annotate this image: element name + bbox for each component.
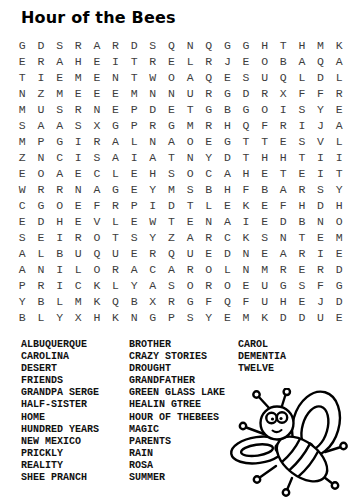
word-list-column-3: CAROLDEMENTIATWELVE bbox=[238, 339, 286, 375]
grid-cell: K bbox=[237, 197, 256, 213]
grid-cell: F bbox=[274, 197, 293, 213]
grid-cell: E bbox=[32, 229, 51, 245]
grid-cell: O bbox=[255, 53, 274, 69]
grid-cell: D bbox=[162, 197, 181, 213]
grid-cell: N bbox=[88, 101, 107, 117]
grid-cell: Y bbox=[50, 309, 69, 325]
grid-cell: A bbox=[50, 53, 69, 69]
grid-cell: P bbox=[125, 197, 144, 213]
grid-cell: G bbox=[13, 37, 32, 53]
grid-cell: M bbox=[13, 133, 32, 149]
grid-cell: K bbox=[106, 309, 125, 325]
grid-cell: G bbox=[106, 181, 125, 197]
grid-cell: S bbox=[69, 117, 88, 133]
grid-cell: H bbox=[88, 309, 107, 325]
grid-cell: R bbox=[88, 133, 107, 149]
grid-cell: K bbox=[88, 293, 107, 309]
grid-cell: G bbox=[218, 37, 237, 53]
word-list-item: CRAZY STORIES bbox=[129, 351, 225, 363]
grid-cell: I bbox=[125, 149, 144, 165]
grid-cell: A bbox=[125, 261, 144, 277]
grid-cell: S bbox=[50, 101, 69, 117]
grid-cell: P bbox=[13, 277, 32, 293]
grid-cell: N bbox=[199, 213, 218, 229]
grid-cell: W bbox=[143, 69, 162, 85]
grid-cell: S bbox=[255, 229, 274, 245]
grid-cell: G bbox=[143, 309, 162, 325]
grid-cell: M bbox=[50, 85, 69, 101]
word-list-item: SHEE PRANCH bbox=[21, 472, 99, 484]
grid-cell: A bbox=[13, 261, 32, 277]
grid-cell: Q bbox=[311, 53, 330, 69]
grid-cell: D bbox=[125, 37, 144, 53]
grid-cell: B bbox=[50, 245, 69, 261]
grid-cell: H bbox=[255, 149, 274, 165]
grid-cell: D bbox=[274, 309, 293, 325]
word-list-item: PRICKLY bbox=[21, 448, 99, 460]
grid-cell: Z bbox=[162, 229, 181, 245]
grid-cell: H bbox=[50, 213, 69, 229]
grid-cell: E bbox=[125, 181, 144, 197]
grid-cell: L bbox=[69, 261, 88, 277]
grid-cell: E bbox=[237, 53, 256, 69]
grid-cell: E bbox=[255, 165, 274, 181]
grid-cell: Y bbox=[125, 277, 144, 293]
grid-cell: S bbox=[88, 149, 107, 165]
word-list-item: HOUR OF THEBEES bbox=[129, 412, 225, 424]
grid-cell: S bbox=[13, 117, 32, 133]
grid-cell: L bbox=[32, 309, 51, 325]
grid-cell: F bbox=[311, 85, 330, 101]
grid-cell: I bbox=[50, 229, 69, 245]
grid-cell: D bbox=[218, 149, 237, 165]
grid-cell: T bbox=[181, 101, 200, 117]
word-list-column-1: ALBUQUERQUECAROLINADESERTFRIENDSGRANDPA … bbox=[21, 339, 99, 484]
grid-cell: F bbox=[199, 293, 218, 309]
grid-cell: A bbox=[274, 245, 293, 261]
grid-cell: T bbox=[274, 37, 293, 53]
grid-cell: L bbox=[330, 133, 349, 149]
word-list-item: SUMMER bbox=[129, 472, 225, 484]
grid-cell: S bbox=[162, 277, 181, 293]
grid-cell: I bbox=[69, 149, 88, 165]
word-search-page: Hour of the Bees GDSRARDSQNQGGHTHMKERAHE… bbox=[0, 0, 354, 500]
grid-cell: M bbox=[69, 69, 88, 85]
grid-cell: B bbox=[255, 181, 274, 197]
grid-cell: J bbox=[311, 117, 330, 133]
grid-cell: O bbox=[88, 229, 107, 245]
grid-cell: O bbox=[199, 261, 218, 277]
grid-cell: P bbox=[125, 101, 144, 117]
grid-cell: S bbox=[293, 277, 312, 293]
word-list-item: GRANDPA SERGE bbox=[21, 387, 99, 399]
word-list-item: PARENTS bbox=[129, 436, 225, 448]
grid-cell: R bbox=[143, 245, 162, 261]
grid-cell: T bbox=[106, 229, 125, 245]
grid-cell: U bbox=[181, 85, 200, 101]
grid-cell: I bbox=[293, 117, 312, 133]
grid-cell: E bbox=[13, 165, 32, 181]
grid-cell: R bbox=[181, 261, 200, 277]
grid-cell: K bbox=[255, 309, 274, 325]
grid-cell: T bbox=[237, 149, 256, 165]
grid-cell: Y bbox=[143, 181, 162, 197]
grid-cell: I bbox=[274, 101, 293, 117]
grid-cell: B bbox=[293, 213, 312, 229]
grid-cell: F bbox=[293, 85, 312, 101]
grid-cell: D bbox=[274, 213, 293, 229]
grid-cell: O bbox=[255, 101, 274, 117]
grid-cell: Q bbox=[218, 293, 237, 309]
grid-cell: L bbox=[293, 69, 312, 85]
grid-cell: U bbox=[32, 101, 51, 117]
grid-cell: O bbox=[330, 213, 349, 229]
grid-cell: U bbox=[311, 309, 330, 325]
grid-cell: B bbox=[218, 101, 237, 117]
grid-cell: A bbox=[181, 69, 200, 85]
grid-cell: G bbox=[330, 277, 349, 293]
grid-cell: A bbox=[88, 37, 107, 53]
word-list-item: GRANDFATHER bbox=[129, 375, 225, 387]
grid-cell: A bbox=[218, 213, 237, 229]
grid-cell: S bbox=[125, 229, 144, 245]
grid-cell: E bbox=[293, 293, 312, 309]
grid-cell: P bbox=[162, 309, 181, 325]
grid-cell: J bbox=[311, 293, 330, 309]
grid-cell: R bbox=[162, 293, 181, 309]
grid-cell: I bbox=[32, 69, 51, 85]
grid-cell: N bbox=[32, 261, 51, 277]
grid-cell: Y bbox=[199, 149, 218, 165]
grid-cell: K bbox=[330, 37, 349, 53]
grid-cell: A bbox=[330, 117, 349, 133]
word-list-item: DEMENTIA bbox=[238, 351, 286, 363]
grid-cell: R bbox=[69, 229, 88, 245]
word-list-item: HALF-SISTER bbox=[21, 399, 99, 411]
grid-cell: U bbox=[255, 69, 274, 85]
grid-cell: R bbox=[143, 53, 162, 69]
grid-cell: E bbox=[106, 101, 125, 117]
grid-cell: B bbox=[32, 293, 51, 309]
grid-cell: F bbox=[311, 277, 330, 293]
grid-cell: B bbox=[13, 309, 32, 325]
grid-cell: R bbox=[106, 197, 125, 213]
grid-cell: A bbox=[32, 117, 51, 133]
grid-cell: U bbox=[106, 245, 125, 261]
grid-cell: V bbox=[311, 133, 330, 149]
grid-cell: E bbox=[274, 133, 293, 149]
grid-cell: E bbox=[311, 229, 330, 245]
grid-cell: N bbox=[237, 261, 256, 277]
grid-cell: S bbox=[162, 165, 181, 181]
grid-cell: R bbox=[274, 261, 293, 277]
grid-cell: U bbox=[255, 277, 274, 293]
grid-cell: S bbox=[50, 37, 69, 53]
grid-cell: A bbox=[106, 149, 125, 165]
grid-cell: C bbox=[199, 165, 218, 181]
grid-cell: M bbox=[69, 293, 88, 309]
grid-cell: I bbox=[311, 165, 330, 181]
grid-cell: Q bbox=[274, 69, 293, 85]
grid-cell: H bbox=[218, 181, 237, 197]
grid-cell: V bbox=[88, 213, 107, 229]
grid-cell: S bbox=[143, 37, 162, 53]
word-list-item: HUNDRED YEARS bbox=[21, 424, 99, 436]
grid-cell: N bbox=[181, 149, 200, 165]
grid-cell: X bbox=[69, 309, 88, 325]
grid-cell: D bbox=[311, 197, 330, 213]
grid-cell: B bbox=[274, 53, 293, 69]
grid-cell: Q bbox=[199, 69, 218, 85]
grid-cell: L bbox=[330, 69, 349, 85]
grid-cell: T bbox=[162, 149, 181, 165]
grid-cell: E bbox=[330, 309, 349, 325]
grid-cell: Z bbox=[13, 149, 32, 165]
grid-cell: S bbox=[181, 181, 200, 197]
grid-cell: O bbox=[50, 197, 69, 213]
grid-cell: H bbox=[330, 197, 349, 213]
grid-cell: R bbox=[330, 85, 349, 101]
grid-cell: K bbox=[237, 229, 256, 245]
grid-cell: E bbox=[255, 213, 274, 229]
grid-cell: I bbox=[50, 261, 69, 277]
grid-cell: E bbox=[162, 53, 181, 69]
word-list-item: HEALIN GTREE bbox=[129, 399, 225, 411]
grid-cell: E bbox=[106, 85, 125, 101]
grid-cell: H bbox=[143, 165, 162, 181]
grid-cell: B bbox=[199, 181, 218, 197]
grid-cell: P bbox=[125, 117, 144, 133]
grid-cell: I bbox=[311, 245, 330, 261]
grid-cell: L bbox=[199, 197, 218, 213]
grid-cell: A bbox=[293, 53, 312, 69]
grid-cell: D bbox=[330, 261, 349, 277]
grid-cell: I bbox=[69, 133, 88, 149]
grid-cell: E bbox=[125, 213, 144, 229]
grid-cell: R bbox=[69, 101, 88, 117]
grid-cell: E bbox=[69, 213, 88, 229]
grid-cell: A bbox=[218, 165, 237, 181]
grid-cell: O bbox=[181, 277, 200, 293]
grid-cell: G bbox=[181, 293, 200, 309]
grid-cell: E bbox=[125, 245, 144, 261]
grid-cell: E bbox=[162, 101, 181, 117]
grid-cell: T bbox=[13, 69, 32, 85]
grid-cell: E bbox=[125, 165, 144, 181]
grid-cell: E bbox=[69, 197, 88, 213]
grid-cell: Q bbox=[162, 245, 181, 261]
grid-cell: E bbox=[181, 213, 200, 229]
grid-cell: L bbox=[106, 213, 125, 229]
grid-cell: M bbox=[181, 117, 200, 133]
grid-cell: P bbox=[32, 133, 51, 149]
grid-cell: T bbox=[255, 133, 274, 149]
grid-cell: A bbox=[143, 277, 162, 293]
word-list-item: TWELVE bbox=[238, 363, 286, 375]
grid-cell: B bbox=[125, 293, 144, 309]
grid-cell: S bbox=[293, 101, 312, 117]
grid-cell: Q bbox=[162, 37, 181, 53]
grid-cell: E bbox=[255, 245, 274, 261]
grid-cell: N bbox=[13, 85, 32, 101]
grid-cell: R bbox=[69, 37, 88, 53]
word-list-item: ROSA bbox=[129, 460, 225, 472]
grid-cell: N bbox=[32, 149, 51, 165]
grid-cell: E bbox=[293, 165, 312, 181]
grid-cell: R bbox=[32, 53, 51, 69]
word-list-column-2: BROTHERCRAZY STORIESDROUGHTGRANDFATHERGR… bbox=[129, 339, 225, 484]
grid-cell: R bbox=[274, 117, 293, 133]
grid-cell: Q bbox=[106, 293, 125, 309]
word-list-item: NEW MEXICO bbox=[21, 436, 99, 448]
grid-cell: Q bbox=[88, 245, 107, 261]
grid-cell: O bbox=[218, 277, 237, 293]
grid-cell: X bbox=[88, 117, 107, 133]
grid-cell: M bbox=[162, 181, 181, 197]
grid-cell: E bbox=[293, 261, 312, 277]
grid-cell: D bbox=[32, 213, 51, 229]
grid-cell: E bbox=[237, 277, 256, 293]
word-list-item: ALBUQUERQUE bbox=[21, 339, 99, 351]
grid-cell: G bbox=[50, 133, 69, 149]
grid-cell: D bbox=[143, 101, 162, 117]
grid-cell: R bbox=[293, 181, 312, 197]
grid-cell: E bbox=[88, 53, 107, 69]
grid-cell: Y bbox=[330, 181, 349, 197]
grid-cell: N bbox=[106, 69, 125, 85]
grid-cell: N bbox=[274, 229, 293, 245]
grid-cell: S bbox=[311, 181, 330, 197]
grid-cell: M bbox=[125, 85, 144, 101]
grid-cell: G bbox=[218, 133, 237, 149]
grid-cell: E bbox=[50, 69, 69, 85]
grid-cell: G bbox=[237, 37, 256, 53]
grid-cell: D bbox=[293, 309, 312, 325]
grid-cell: D bbox=[311, 69, 330, 85]
grid-cell: H bbox=[237, 165, 256, 181]
grid-cell: Z bbox=[32, 85, 51, 101]
grid-cell: N bbox=[143, 133, 162, 149]
grid-cell: E bbox=[69, 85, 88, 101]
grid-cell: E bbox=[199, 133, 218, 149]
grid-cell: O bbox=[88, 261, 107, 277]
grid-cell: T bbox=[330, 165, 349, 181]
grid-cell: R bbox=[32, 181, 51, 197]
grid-cell: X bbox=[143, 293, 162, 309]
grid-cell: T bbox=[293, 229, 312, 245]
grid-cell: M bbox=[13, 101, 32, 117]
grid-cell: N bbox=[237, 245, 256, 261]
grid-cell: Y bbox=[13, 293, 32, 309]
word-list-item: REALITY bbox=[21, 460, 99, 472]
grid-cell: I bbox=[106, 53, 125, 69]
grid-cell: H bbox=[274, 293, 293, 309]
grid-cell: H bbox=[255, 37, 274, 53]
grid-cell: T bbox=[181, 197, 200, 213]
page-title: Hour of the Bees bbox=[21, 8, 176, 27]
grid-cell: O bbox=[181, 165, 200, 181]
grid-cell: M bbox=[330, 229, 349, 245]
grid-cell: C bbox=[50, 149, 69, 165]
grid-cell: F bbox=[237, 181, 256, 197]
grid-cell: G bbox=[237, 101, 256, 117]
grid-cell: S bbox=[237, 69, 256, 85]
grid-cell: H bbox=[293, 37, 312, 53]
grid-cell: N bbox=[125, 309, 144, 325]
grid-cell: J bbox=[218, 53, 237, 69]
grid-cell: C bbox=[88, 165, 107, 181]
grid-cell: K bbox=[88, 277, 107, 293]
grid-cell: O bbox=[32, 165, 51, 181]
grid-cell: G bbox=[32, 197, 51, 213]
grid-cell: U bbox=[181, 245, 200, 261]
grid-cell: R bbox=[199, 85, 218, 101]
grid-cell: R bbox=[199, 229, 218, 245]
grid-cell: R bbox=[50, 181, 69, 197]
grid-cell: D bbox=[218, 245, 237, 261]
grid-cell: H bbox=[293, 197, 312, 213]
word-list-item: RAIN bbox=[129, 448, 225, 460]
grid-cell: E bbox=[13, 213, 32, 229]
grid-cell: Q bbox=[237, 117, 256, 133]
grid-cell: A bbox=[106, 133, 125, 149]
grid-cell: R bbox=[255, 85, 274, 101]
grid-cell: A bbox=[88, 181, 107, 197]
grid-cell: O bbox=[162, 69, 181, 85]
grid-cell: R bbox=[293, 245, 312, 261]
grid-cell: E bbox=[88, 85, 107, 101]
grid-cell: A bbox=[143, 149, 162, 165]
grid-cell: Y bbox=[199, 309, 218, 325]
grid-cell: I bbox=[237, 213, 256, 229]
word-search-grid: GDSRARDSQNQGGHTHMKERAHEITRELRJEOBAQATIEM… bbox=[13, 37, 349, 325]
word-list-item: BROTHER bbox=[129, 339, 225, 351]
grid-cell: E bbox=[218, 69, 237, 85]
grid-cell: G bbox=[274, 277, 293, 293]
grid-cell: E bbox=[330, 245, 349, 261]
grid-cell: T bbox=[293, 149, 312, 165]
grid-cell: T bbox=[237, 133, 256, 149]
grid-cell: I bbox=[50, 277, 69, 293]
grid-cell: C bbox=[13, 197, 32, 213]
grid-cell: I bbox=[330, 149, 349, 165]
grid-cell: L bbox=[106, 277, 125, 293]
word-list-item: FRIENDS bbox=[21, 375, 99, 387]
grid-cell: N bbox=[69, 181, 88, 197]
grid-cell: G bbox=[162, 117, 181, 133]
word-list-item: MAGIC bbox=[129, 424, 225, 436]
grid-cell: A bbox=[162, 133, 181, 149]
grid-cell: F bbox=[255, 117, 274, 133]
grid-cell: M bbox=[311, 37, 330, 53]
grid-cell: H bbox=[69, 53, 88, 69]
grid-cell: S bbox=[13, 229, 32, 245]
grid-cell: A bbox=[50, 165, 69, 181]
grid-cell: G bbox=[218, 85, 237, 101]
grid-cell: L bbox=[218, 261, 237, 277]
grid-cell: Q bbox=[199, 37, 218, 53]
grid-cell: I bbox=[311, 149, 330, 165]
grid-cell: L bbox=[50, 293, 69, 309]
grid-cell: A bbox=[274, 181, 293, 197]
grid-cell: U bbox=[69, 245, 88, 261]
bee-icon bbox=[228, 388, 354, 500]
grid-cell: G bbox=[106, 117, 125, 133]
grid-cell: C bbox=[69, 277, 88, 293]
word-list-item: CAROLINA bbox=[21, 351, 99, 363]
grid-cell: L bbox=[181, 53, 200, 69]
grid-cell: C bbox=[143, 261, 162, 277]
